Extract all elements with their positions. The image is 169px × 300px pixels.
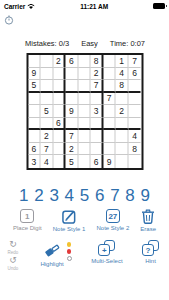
sudoku-cell-r8c3[interactable] <box>53 143 66 156</box>
note27-square-icon: 27 <box>106 209 120 223</box>
hint-button[interactable]: ? Hint <box>142 240 159 264</box>
yellow-dot-icon[interactable] <box>67 242 72 247</box>
numpad-digit-4[interactable]: 4 <box>65 187 74 204</box>
sudoku-cell-r5c8[interactable]: 2 <box>116 105 129 118</box>
sudoku-cell-r3c4[interactable] <box>66 80 79 93</box>
sudoku-cell-r6c3[interactable]: 6 <box>53 118 66 131</box>
number-pad: 123456789 <box>0 185 169 205</box>
tool-row-1: 1 Place Digit Note Style 1 27 Note Style… <box>0 209 169 232</box>
redo-button[interactable]: ↻ Redo <box>7 240 19 255</box>
sudoku-cell-r3c7[interactable] <box>103 80 116 93</box>
trash-icon <box>141 209 155 224</box>
sudoku-cell-r6c2[interactable] <box>41 118 54 131</box>
timer-label: Time: 0:07 <box>110 39 145 48</box>
redo-label: Redo <box>8 249 19 254</box>
multi-select-label: Multi-Select <box>91 258 122 264</box>
sudoku-cell-r2c5[interactable] <box>78 68 91 81</box>
sudoku-cell-r3c9[interactable] <box>128 80 141 93</box>
numpad-digit-9[interactable]: 9 <box>141 187 150 204</box>
sudoku-cell-r1c4[interactable]: 6 <box>66 55 79 68</box>
brush-icon <box>42 242 62 259</box>
sudoku-cell-r2c7[interactable] <box>103 68 116 81</box>
sudoku-cell-r1c1[interactable] <box>28 55 41 68</box>
sudoku-cell-r8c6[interactable] <box>91 143 104 156</box>
sudoku-cell-r9c3[interactable] <box>53 155 66 168</box>
note-style-1-button[interactable]: Note Style 1 <box>53 209 86 232</box>
sudoku-cell-r5c3[interactable] <box>53 105 66 118</box>
sudoku-cell-r9c6[interactable]: 6 <box>91 155 104 168</box>
sudoku-cell-r7c3[interactable] <box>53 130 66 143</box>
clock-label: 11:21 AM <box>80 3 108 10</box>
sudoku-cell-r3c2[interactable] <box>41 80 54 93</box>
sudoku-cell-r7c7[interactable] <box>103 130 116 143</box>
red-dot-icon[interactable] <box>67 249 72 254</box>
sudoku-cell-r2c4[interactable] <box>66 68 79 81</box>
sudoku-cell-r8c1[interactable]: 6 <box>28 143 41 156</box>
undo-label: Undo <box>8 265 19 270</box>
numpad-digit-8[interactable]: 8 <box>125 187 134 204</box>
erase-label: Erase <box>140 226 156 232</box>
sudoku-cell-r4c3[interactable] <box>53 93 66 106</box>
digit-square-icon: 1 <box>20 209 34 223</box>
sudoku-cell-r6c5[interactable] <box>78 118 91 131</box>
numpad-digit-2[interactable]: 2 <box>34 187 43 204</box>
sudoku-cell-r9c5[interactable] <box>78 155 91 168</box>
numpad-digit-5[interactable]: 5 <box>80 187 89 204</box>
erase-button[interactable]: Erase <box>140 209 156 232</box>
stopwatch-icon[interactable] <box>4 11 14 21</box>
sudoku-cell-r3c1[interactable]: 5 <box>28 80 41 93</box>
sudoku-cell-r5c5[interactable] <box>78 105 91 118</box>
sudoku-cell-r2c6[interactable]: 2 <box>91 68 104 81</box>
sudoku-cell-r7c4[interactable]: 7 <box>66 130 79 143</box>
sudoku-cell-r1c7[interactable] <box>103 55 116 68</box>
redo-icon: ↻ <box>9 240 17 249</box>
sudoku-cell-r7c1[interactable] <box>28 130 41 143</box>
sudoku-cell-r6c1[interactable] <box>28 118 41 131</box>
sudoku-board: 268179246578759326274672834569 <box>26 53 143 170</box>
sudoku-cell-r6c6[interactable] <box>91 118 104 131</box>
sudoku-cell-r9c8[interactable] <box>116 155 129 168</box>
sudoku-cell-r8c4[interactable]: 2 <box>66 143 79 156</box>
question-square-icon: ? <box>142 240 159 256</box>
sudoku-cell-r6c8[interactable] <box>116 118 129 131</box>
sudoku-cell-r7c5[interactable] <box>78 130 91 143</box>
sudoku-cell-r8c2[interactable]: 7 <box>41 143 54 156</box>
sudoku-cell-r5c7[interactable] <box>103 105 116 118</box>
note-style-2-label: Note Style 2 <box>97 225 130 231</box>
difficulty-label: Easy <box>81 39 98 48</box>
sudoku-cell-r5c2[interactable]: 5 <box>41 105 54 118</box>
sudoku-cell-r4c7[interactable]: 7 <box>103 93 116 106</box>
note-style-2-button[interactable]: 27 Note Style 2 <box>97 209 130 232</box>
sudoku-cell-r7c9[interactable]: 4 <box>128 130 141 143</box>
sudoku-cell-r4c4[interactable] <box>66 93 79 106</box>
numpad-digit-6[interactable]: 6 <box>95 187 104 204</box>
stacked-squares-plus-icon: + <box>98 240 115 256</box>
sudoku-cell-r4c6[interactable] <box>91 93 104 106</box>
game-info-row: Mistakes: 0/3 Easy Time: 0:07 <box>0 39 169 48</box>
sudoku-cell-r6c4[interactable] <box>66 118 79 131</box>
sudoku-cell-r3c8[interactable]: 8 <box>116 80 129 93</box>
sudoku-cell-r2c1[interactable]: 9 <box>28 68 41 81</box>
sudoku-cell-r9c4[interactable]: 5 <box>66 155 79 168</box>
undo-icon: ↺ <box>9 256 17 265</box>
sudoku-cell-r6c9[interactable] <box>128 118 141 131</box>
sudoku-cell-r3c3[interactable] <box>53 80 66 93</box>
sudoku-cell-r4c8[interactable] <box>116 93 129 106</box>
sudoku-cell-r2c3[interactable] <box>53 68 66 81</box>
sudoku-cell-r9c7[interactable]: 9 <box>103 155 116 168</box>
undo-button[interactable]: ↺ Undo <box>7 256 19 271</box>
sudoku-cell-r5c9[interactable] <box>128 105 141 118</box>
sudoku-cell-r4c2[interactable] <box>41 93 54 106</box>
sudoku-cell-r5c4[interactable]: 9 <box>66 105 79 118</box>
sudoku-cell-r5c6[interactable]: 3 <box>91 105 104 118</box>
sudoku-cell-r1c8[interactable]: 1 <box>116 55 129 68</box>
sudoku-cell-r1c6[interactable]: 8 <box>91 55 104 68</box>
sudoku-cell-r8c8[interactable] <box>116 143 129 156</box>
highlight-color-dots[interactable] <box>67 242 72 261</box>
sudoku-cell-r9c1[interactable]: 3 <box>28 155 41 168</box>
place-digit-label: Place Digit <box>13 225 42 231</box>
sudoku-cell-r3c5[interactable] <box>78 80 91 93</box>
sudoku-cell-r5c1[interactable] <box>28 105 41 118</box>
sudoku-cell-r2c8[interactable]: 4 <box>116 68 129 81</box>
sudoku-cell-r4c9[interactable] <box>128 93 141 106</box>
sudoku-cell-r9c9[interactable] <box>128 155 141 168</box>
status-bar: Carrier 11:21 AM <box>0 1 169 11</box>
highlight-button[interactable]: Highlight <box>40 242 71 267</box>
sudoku-cell-r3c6[interactable]: 7 <box>91 80 104 93</box>
sudoku-cell-r8c9[interactable]: 8 <box>128 143 141 156</box>
numpad-digit-7[interactable]: 7 <box>110 187 119 204</box>
battery-icon <box>153 3 165 9</box>
numpad-digit-3[interactable]: 3 <box>49 187 58 204</box>
pencil-icon <box>62 209 77 224</box>
sudoku-cell-r1c9[interactable]: 7 <box>128 55 141 68</box>
sudoku-cell-r4c1[interactable] <box>28 93 41 106</box>
sudoku-cell-r6c7[interactable] <box>103 118 116 131</box>
mistakes-counter: Mistakes: 0/3 <box>25 39 69 48</box>
numpad-digit-1[interactable]: 1 <box>19 187 28 204</box>
sudoku-cell-r4c5[interactable] <box>78 93 91 106</box>
sudoku-cell-r7c8[interactable] <box>116 130 129 143</box>
wifi-icon <box>27 3 35 10</box>
sudoku-cell-r1c2[interactable] <box>41 55 54 68</box>
sudoku-cell-r1c5[interactable] <box>78 55 91 68</box>
sudoku-cell-r8c7[interactable] <box>103 143 116 156</box>
sudoku-cell-r7c2[interactable]: 2 <box>41 130 54 143</box>
carrier-label: Carrier <box>4 3 25 10</box>
sudoku-cell-r7c6[interactable] <box>91 130 104 143</box>
note-style-1-label: Note Style 1 <box>53 226 86 232</box>
multi-select-button[interactable]: + Multi-Select <box>91 240 122 264</box>
tool-row-2: ↻ Redo ↺ Undo Highlight + <box>0 240 169 271</box>
sudoku-cell-r8c5[interactable] <box>78 143 91 156</box>
highlight-label: Highlight <box>40 261 63 267</box>
place-digit-button[interactable]: 1 Place Digit <box>13 209 42 232</box>
hint-label: Hint <box>145 258 156 264</box>
sudoku-cell-r2c2[interactable] <box>41 68 54 81</box>
sudoku-cell-r9c2[interactable]: 4 <box>41 155 54 168</box>
white-dot-icon[interactable] <box>67 256 72 261</box>
sudoku-cell-r1c3[interactable]: 2 <box>53 55 66 68</box>
sudoku-cell-r2c9[interactable]: 6 <box>128 68 141 81</box>
